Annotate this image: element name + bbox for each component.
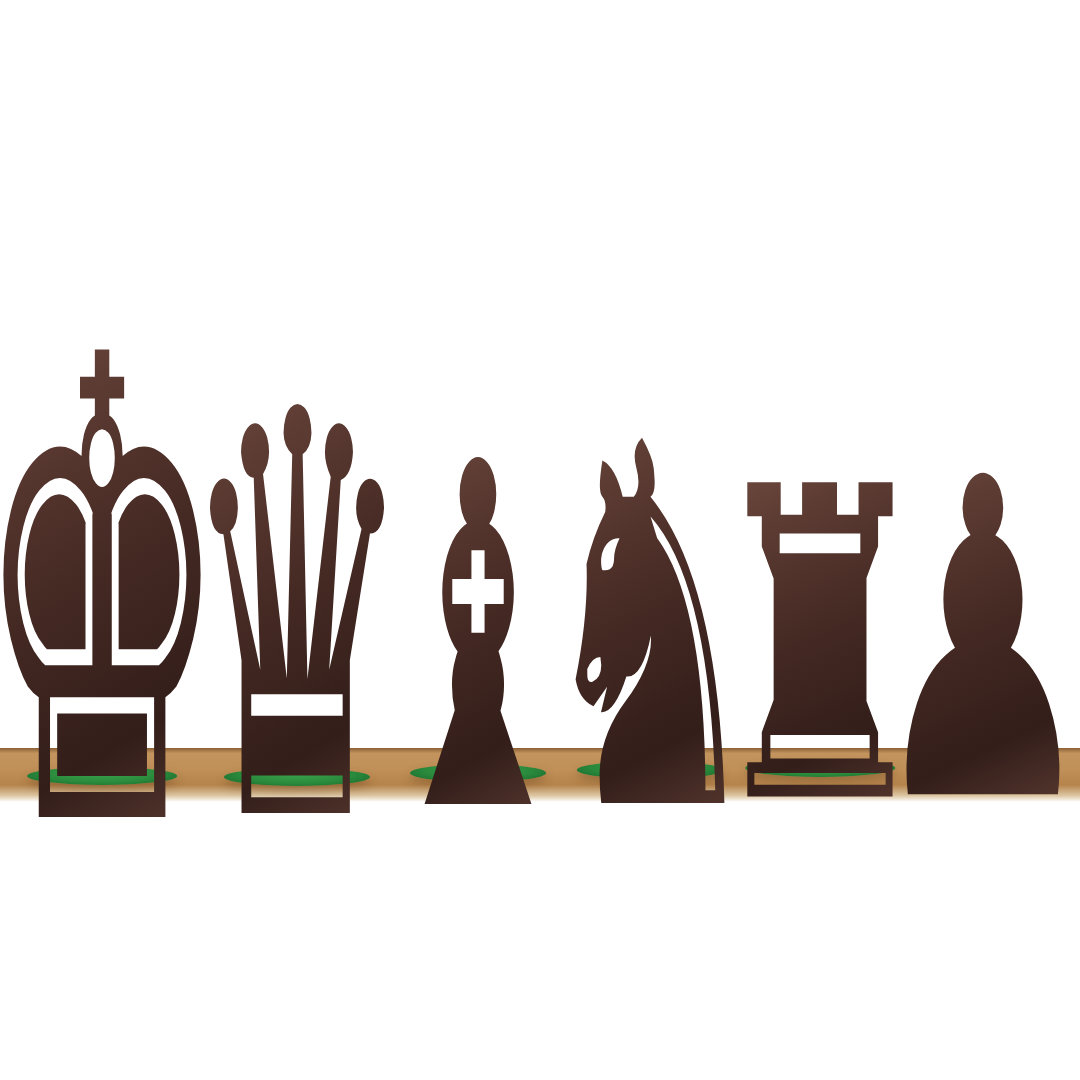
chess-pieces-photo-scene: ♚ ♛ ♝ ♞ ♜ ♟ (0, 0, 1080, 1080)
pawn-piece-icon: ♟ (869, 422, 1080, 862)
piece-pawn[interactable]: ♟ (786, 422, 1080, 767)
